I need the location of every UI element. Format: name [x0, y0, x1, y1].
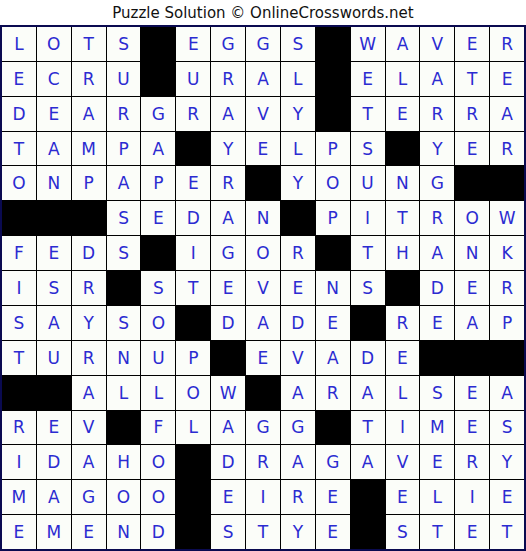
letter-cell-r6c8: N — [246, 201, 280, 235]
letter-cell-r8c11: S — [351, 271, 385, 305]
block-cell-r6c3 — [72, 201, 106, 235]
block-cell-r4c12 — [386, 132, 420, 166]
letter-cell-r10c9: V — [281, 341, 315, 375]
letter-cell-r13c11: A — [351, 445, 385, 479]
letter-cell-r7c4: S — [107, 236, 141, 270]
letter-cell-r8c14: E — [455, 271, 489, 305]
letter-cell-r5c3: P — [72, 166, 106, 200]
letter-cell-r13c10: G — [316, 445, 350, 479]
letter-cell-r6c10: P — [316, 201, 350, 235]
letter-cell-r14c3: G — [72, 480, 106, 514]
letter-cell-r3c15: A — [490, 97, 524, 131]
letter-cell-r7c7: G — [211, 236, 245, 270]
letter-cell-r13c1: I — [2, 445, 36, 479]
block-cell-r9c11 — [351, 306, 385, 340]
letter-cell-r15c14: E — [455, 515, 489, 549]
letter-cell-r13c2: D — [37, 445, 71, 479]
letter-cell-r12c2: E — [37, 411, 71, 445]
block-cell-r12c4 — [107, 411, 141, 445]
letter-cell-r8c7: E — [211, 271, 245, 305]
letter-cell-r3c8: V — [246, 97, 280, 131]
letter-cell-r13c7: D — [211, 445, 245, 479]
letter-cell-r8c15: R — [490, 271, 524, 305]
letter-cell-r11c7: W — [211, 376, 245, 410]
letter-cell-r3c13: R — [420, 97, 454, 131]
block-cell-r7c10 — [316, 236, 350, 270]
letter-cell-r7c8: O — [246, 236, 280, 270]
block-cell-r14c6 — [176, 480, 210, 514]
letter-cell-r4c5: A — [141, 132, 175, 166]
letter-cell-r1c6: E — [176, 27, 210, 61]
block-cell-r11c1 — [2, 376, 36, 410]
letter-cell-r1c12: A — [386, 27, 420, 61]
letter-cell-r1c4: S — [107, 27, 141, 61]
block-cell-r3c10 — [316, 97, 350, 131]
letter-cell-r6c7: A — [211, 201, 245, 235]
letter-cell-r2c7: R — [211, 62, 245, 96]
letter-cell-r2c6: U — [176, 62, 210, 96]
letter-cell-r9c12: R — [386, 306, 420, 340]
letter-cell-r5c5: P — [141, 166, 175, 200]
letter-cell-r3c7: A — [211, 97, 245, 131]
block-cell-r5c8 — [246, 166, 280, 200]
letter-cell-r10c12: E — [386, 341, 420, 375]
letter-cell-r15c5: D — [141, 515, 175, 549]
letter-cell-r2c4: U — [107, 62, 141, 96]
letter-cell-r4c9: L — [281, 132, 315, 166]
letter-cell-r14c15: E — [490, 480, 524, 514]
letter-cell-r9c1: S — [2, 306, 36, 340]
letter-cell-r14c4: O — [107, 480, 141, 514]
letter-cell-r11c6: O — [176, 376, 210, 410]
letter-cell-r4c11: S — [351, 132, 385, 166]
letter-cell-r15c9: Y — [281, 515, 315, 549]
letter-cell-r15c12: S — [386, 515, 420, 549]
letter-cell-r12c9: G — [281, 411, 315, 445]
letter-cell-r6c15: W — [490, 201, 524, 235]
letter-cell-r10c3: R — [72, 341, 106, 375]
letter-cell-r9c10: E — [316, 306, 350, 340]
block-cell-r6c2 — [37, 201, 71, 235]
block-cell-r10c13 — [420, 341, 454, 375]
letter-cell-r3c5: G — [141, 97, 175, 131]
letter-cell-r6c14: O — [455, 201, 489, 235]
letter-cell-r1c8: G — [246, 27, 280, 61]
block-cell-r1c10 — [316, 27, 350, 61]
letter-cell-r13c15: Y — [490, 445, 524, 479]
letter-cell-r13c13: E — [420, 445, 454, 479]
block-cell-r6c9 — [281, 201, 315, 235]
letter-cell-r12c11: T — [351, 411, 385, 445]
letter-cell-r2c12: L — [386, 62, 420, 96]
letter-cell-r6c4: S — [107, 201, 141, 235]
letter-cell-r5c1: O — [2, 166, 36, 200]
letter-cell-r4c4: P — [107, 132, 141, 166]
letter-cell-r13c8: R — [246, 445, 280, 479]
letter-cell-r2c15: E — [490, 62, 524, 96]
letter-cell-r14c14: I — [455, 480, 489, 514]
block-cell-r12c10 — [316, 411, 350, 445]
letter-cell-r6c12: T — [386, 201, 420, 235]
letter-cell-r7c9: R — [281, 236, 315, 270]
letter-cell-r10c11: D — [351, 341, 385, 375]
letter-cell-r7c12: H — [386, 236, 420, 270]
letter-cell-r10c8: E — [246, 341, 280, 375]
letter-cell-r8c5: S — [141, 271, 175, 305]
letter-cell-r12c7: A — [211, 411, 245, 445]
letter-cell-r1c11: W — [351, 27, 385, 61]
letter-cell-r8c3: R — [72, 271, 106, 305]
letter-cell-r3c1: D — [2, 97, 36, 131]
letter-cell-r3c3: A — [72, 97, 106, 131]
letter-cell-r7c13: A — [420, 236, 454, 270]
crossword-board-frame: LOTSEGGSWAVERECRUURALELATEDEARGRAVYTERRA… — [0, 25, 526, 551]
letter-cell-r7c1: F — [2, 236, 36, 270]
letter-cell-r14c7: E — [211, 480, 245, 514]
block-cell-r2c5 — [141, 62, 175, 96]
letter-cell-r3c2: E — [37, 97, 71, 131]
letter-cell-r10c1: T — [2, 341, 36, 375]
letter-cell-r11c11: A — [351, 376, 385, 410]
letter-cell-r2c9: L — [281, 62, 315, 96]
letter-cell-r12c1: R — [2, 411, 36, 445]
letter-cell-r1c3: T — [72, 27, 106, 61]
letter-cell-r5c7: R — [211, 166, 245, 200]
letter-cell-r6c11: I — [351, 201, 385, 235]
letter-cell-r15c1: E — [2, 515, 36, 549]
letter-cell-r2c1: E — [2, 62, 36, 96]
letter-cell-r7c3: D — [72, 236, 106, 270]
letter-cell-r2c13: A — [420, 62, 454, 96]
letter-cell-r14c12: E — [386, 480, 420, 514]
block-cell-r5c14 — [455, 166, 489, 200]
letter-cell-r8c8: V — [246, 271, 280, 305]
letter-cell-r14c13: L — [420, 480, 454, 514]
letter-cell-r3c6: R — [176, 97, 210, 131]
page-title: Puzzle Solution © OnlineCrosswords.net — [0, 0, 526, 25]
letter-cell-r7c6: I — [176, 236, 210, 270]
letter-cell-r7c15: K — [490, 236, 524, 270]
letter-cell-r2c3: R — [72, 62, 106, 96]
letter-cell-r12c14: E — [455, 411, 489, 445]
block-cell-r14c11 — [351, 480, 385, 514]
crossword-grid: LOTSEGGSWAVERECRUURALELATEDEARGRAVYTERRA… — [2, 27, 524, 549]
block-cell-r7c5 — [141, 236, 175, 270]
letter-cell-r3c9: Y — [281, 97, 315, 131]
letter-cell-r4c3: M — [72, 132, 106, 166]
letter-cell-r9c13: E — [420, 306, 454, 340]
letter-cell-r6c6: D — [176, 201, 210, 235]
letter-cell-r10c10: A — [316, 341, 350, 375]
letter-cell-r13c4: H — [107, 445, 141, 479]
letter-cell-r12c12: I — [386, 411, 420, 445]
block-cell-r9c6 — [176, 306, 210, 340]
letter-cell-r4c8: E — [246, 132, 280, 166]
block-cell-r11c8 — [246, 376, 280, 410]
letter-cell-r11c3: A — [72, 376, 106, 410]
letter-cell-r14c2: A — [37, 480, 71, 514]
letter-cell-r12c8: G — [246, 411, 280, 445]
letter-cell-r1c15: R — [490, 27, 524, 61]
block-cell-r8c4 — [107, 271, 141, 305]
block-cell-r5c15 — [490, 166, 524, 200]
block-cell-r4c6 — [176, 132, 210, 166]
letter-cell-r14c5: O — [141, 480, 175, 514]
letter-cell-r15c4: N — [107, 515, 141, 549]
letter-cell-r11c15: A — [490, 376, 524, 410]
block-cell-r1c5 — [141, 27, 175, 61]
letter-cell-r11c12: L — [386, 376, 420, 410]
block-cell-r10c14 — [455, 341, 489, 375]
letter-cell-r6c13: R — [420, 201, 454, 235]
letter-cell-r14c1: M — [2, 480, 36, 514]
letter-cell-r5c13: G — [420, 166, 454, 200]
letter-cell-r1c7: G — [211, 27, 245, 61]
letter-cell-r4c13: Y — [420, 132, 454, 166]
letter-cell-r10c5: U — [141, 341, 175, 375]
letter-cell-r15c10: E — [316, 515, 350, 549]
letter-cell-r3c11: T — [351, 97, 385, 131]
block-cell-r13c6 — [176, 445, 210, 479]
block-cell-r11c2 — [37, 376, 71, 410]
block-cell-r10c7 — [211, 341, 245, 375]
letter-cell-r9c7: D — [211, 306, 245, 340]
letter-cell-r4c1: T — [2, 132, 36, 166]
letter-cell-r13c5: O — [141, 445, 175, 479]
letter-cell-r3c12: E — [386, 97, 420, 131]
letter-cell-r11c10: R — [316, 376, 350, 410]
letter-cell-r1c1: L — [2, 27, 36, 61]
letter-cell-r10c4: N — [107, 341, 141, 375]
letter-cell-r14c8: I — [246, 480, 280, 514]
block-cell-r15c6 — [176, 515, 210, 549]
letter-cell-r2c14: T — [455, 62, 489, 96]
letter-cell-r11c9: A — [281, 376, 315, 410]
letter-cell-r1c14: E — [455, 27, 489, 61]
letter-cell-r14c10: E — [316, 480, 350, 514]
block-cell-r15c11 — [351, 515, 385, 549]
letter-cell-r5c9: Y — [281, 166, 315, 200]
letter-cell-r14c9: R — [281, 480, 315, 514]
letter-cell-r9c3: Y — [72, 306, 106, 340]
letter-cell-r15c2: M — [37, 515, 71, 549]
block-cell-r2c10 — [316, 62, 350, 96]
letter-cell-r10c6: P — [176, 341, 210, 375]
letter-cell-r2c2: C — [37, 62, 71, 96]
letter-cell-r11c4: L — [107, 376, 141, 410]
letter-cell-r12c5: F — [141, 411, 175, 445]
letter-cell-r8c6: T — [176, 271, 210, 305]
letter-cell-r4c10: P — [316, 132, 350, 166]
letter-cell-r3c14: R — [455, 97, 489, 131]
letter-cell-r5c2: N — [37, 166, 71, 200]
letter-cell-r1c2: O — [37, 27, 71, 61]
letter-cell-r6c5: E — [141, 201, 175, 235]
letter-cell-r9c15: P — [490, 306, 524, 340]
letter-cell-r2c11: E — [351, 62, 385, 96]
block-cell-r6c1 — [2, 201, 36, 235]
letter-cell-r15c15: T — [490, 515, 524, 549]
letter-cell-r11c14: E — [455, 376, 489, 410]
block-cell-r10c15 — [490, 341, 524, 375]
letter-cell-r9c5: O — [141, 306, 175, 340]
letter-cell-r15c13: T — [420, 515, 454, 549]
letter-cell-r15c7: S — [211, 515, 245, 549]
letter-cell-r13c3: A — [72, 445, 106, 479]
letter-cell-r13c12: V — [386, 445, 420, 479]
letter-cell-r4c15: R — [490, 132, 524, 166]
letter-cell-r13c14: R — [455, 445, 489, 479]
letter-cell-r15c3: E — [72, 515, 106, 549]
letter-cell-r10c2: U — [37, 341, 71, 375]
letter-cell-r5c4: A — [107, 166, 141, 200]
letter-cell-r12c13: M — [420, 411, 454, 445]
letter-cell-r15c8: T — [246, 515, 280, 549]
block-cell-r8c12 — [386, 271, 420, 305]
letter-cell-r4c2: A — [37, 132, 71, 166]
letter-cell-r9c4: S — [107, 306, 141, 340]
letter-cell-r9c2: A — [37, 306, 71, 340]
letter-cell-r12c3: V — [72, 411, 106, 445]
letter-cell-r5c11: U — [351, 166, 385, 200]
letter-cell-r9c14: A — [455, 306, 489, 340]
letter-cell-r4c14: E — [455, 132, 489, 166]
letter-cell-r7c11: T — [351, 236, 385, 270]
letter-cell-r8c13: D — [420, 271, 454, 305]
letter-cell-r8c9: E — [281, 271, 315, 305]
letter-cell-r1c13: V — [420, 27, 454, 61]
letter-cell-r13c9: A — [281, 445, 315, 479]
letter-cell-r8c10: N — [316, 271, 350, 305]
letter-cell-r12c15: S — [490, 411, 524, 445]
letter-cell-r11c5: L — [141, 376, 175, 410]
letter-cell-r9c9: D — [281, 306, 315, 340]
letter-cell-r8c2: S — [37, 271, 71, 305]
letter-cell-r7c14: N — [455, 236, 489, 270]
letter-cell-r3c4: R — [107, 97, 141, 131]
letter-cell-r5c10: O — [316, 166, 350, 200]
letter-cell-r11c13: S — [420, 376, 454, 410]
letter-cell-r8c1: I — [2, 271, 36, 305]
letter-cell-r5c6: E — [176, 166, 210, 200]
letter-cell-r7c2: E — [37, 236, 71, 270]
letter-cell-r2c8: A — [246, 62, 280, 96]
letter-cell-r5c12: N — [386, 166, 420, 200]
letter-cell-r4c7: Y — [211, 132, 245, 166]
letter-cell-r1c9: S — [281, 27, 315, 61]
letter-cell-r9c8: A — [246, 306, 280, 340]
letter-cell-r12c6: L — [176, 411, 210, 445]
